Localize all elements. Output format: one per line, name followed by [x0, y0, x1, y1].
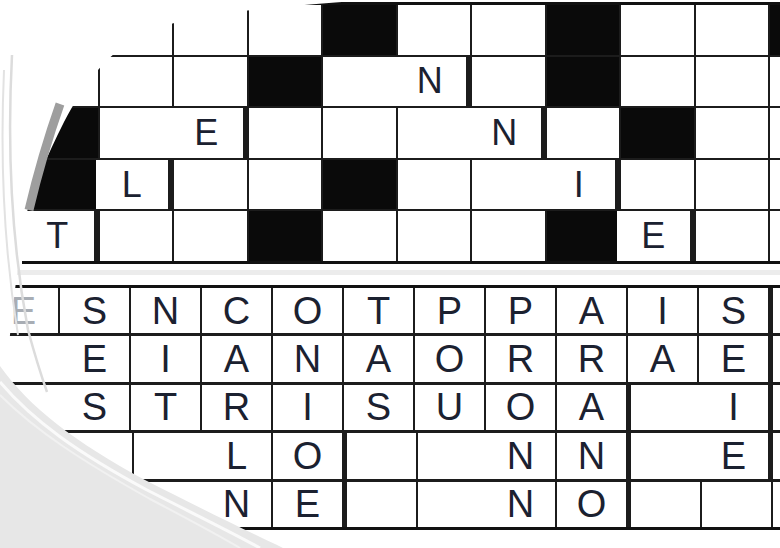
- empty-cell[interactable]: [773, 433, 780, 478]
- empty-cell[interactable]: [773, 336, 780, 381]
- letter-cell[interactable]: I: [131, 336, 200, 381]
- letter-cell[interactable]: A: [557, 385, 626, 430]
- empty-cell[interactable]: [702, 482, 771, 527]
- empty-cell[interactable]: [174, 57, 247, 107]
- letter-cell[interactable]: N: [202, 482, 271, 527]
- empty-cell[interactable]: [323, 211, 396, 261]
- empty-cell[interactable]: [323, 57, 396, 107]
- empty-cell[interactable]: [472, 211, 545, 261]
- black-cell: [547, 57, 620, 107]
- empty-cell[interactable]: [100, 108, 173, 158]
- empty-cell[interactable]: [100, 211, 173, 261]
- empty-cell[interactable]: [249, 108, 322, 158]
- black-cell: [25, 160, 98, 210]
- empty-cell[interactable]: [174, 160, 247, 210]
- letter-cell[interactable]: R: [486, 336, 555, 381]
- empty-cell[interactable]: [0, 482, 61, 527]
- empty-cell[interactable]: [472, 57, 545, 107]
- empty-cell[interactable]: [398, 160, 471, 210]
- letter-cell[interactable]: U: [415, 385, 484, 430]
- empty-cell[interactable]: [770, 108, 780, 158]
- letter-cell[interactable]: N: [273, 336, 342, 381]
- empty-cell[interactable]: [696, 5, 769, 55]
- empty-cell[interactable]: [770, 57, 780, 107]
- empty-cell[interactable]: [696, 211, 769, 261]
- empty-cell[interactable]: [418, 433, 487, 478]
- empty-cell[interactable]: [472, 5, 545, 55]
- letter-cell[interactable]: E: [0, 288, 58, 333]
- letter-cell[interactable]: L: [96, 160, 169, 210]
- empty-cell[interactable]: [773, 385, 780, 430]
- letter-cell[interactable]: S: [699, 288, 768, 333]
- letter-cell[interactable]: P: [486, 288, 555, 333]
- letter-cell[interactable]: I: [699, 385, 768, 430]
- letter-cell[interactable]: I: [628, 288, 697, 333]
- letter-cell[interactable]: T: [131, 385, 200, 430]
- empty-cell[interactable]: [347, 433, 416, 478]
- letter-cell[interactable]: E: [699, 336, 768, 381]
- crossword-grid: NENLITE: [22, 2, 780, 264]
- empty-cell[interactable]: [0, 336, 61, 381]
- letter-cell[interactable]: A: [344, 336, 413, 381]
- empty-cell[interactable]: [770, 160, 780, 210]
- letter-cell[interactable]: T: [21, 211, 94, 261]
- letter-cell[interactable]: E: [699, 433, 768, 478]
- empty-cell[interactable]: [347, 482, 416, 527]
- empty-cell[interactable]: [100, 57, 173, 107]
- black-cell: [621, 108, 694, 158]
- empty-cell[interactable]: [134, 482, 203, 527]
- empty-cell[interactable]: [249, 5, 322, 55]
- letter-cell[interactable]: O: [415, 336, 484, 381]
- letter-cell[interactable]: E: [617, 211, 690, 261]
- empty-cell[interactable]: [174, 211, 247, 261]
- empty-cell[interactable]: [547, 108, 620, 158]
- empty-cell[interactable]: [100, 5, 173, 55]
- letter-cell[interactable]: A: [202, 336, 271, 381]
- letter-cell[interactable]: A: [628, 336, 697, 381]
- grid-divider-band: [0, 270, 780, 275]
- letter-cell[interactable]: A: [557, 288, 626, 333]
- empty-cell[interactable]: [25, 57, 98, 107]
- letter-cell[interactable]: T: [344, 288, 413, 333]
- empty-cell[interactable]: [0, 385, 61, 430]
- empty-cell[interactable]: [398, 5, 471, 55]
- empty-cell[interactable]: [621, 160, 694, 210]
- empty-cell[interactable]: [398, 211, 471, 261]
- letter-cell[interactable]: O: [273, 433, 342, 478]
- letter-cell[interactable]: S: [60, 288, 129, 333]
- empty-cell[interactable]: [770, 211, 780, 261]
- empty-cell[interactable]: [472, 160, 545, 210]
- empty-cell[interactable]: [696, 108, 769, 158]
- letter-cell[interactable]: E: [170, 108, 243, 158]
- empty-cell[interactable]: [398, 108, 471, 158]
- letter-cell[interactable]: L: [202, 433, 271, 478]
- letter-cell[interactable]: N: [557, 433, 626, 478]
- empty-cell[interactable]: [631, 433, 700, 478]
- letter-cell[interactable]: N: [131, 288, 200, 333]
- black-cell: [770, 5, 780, 55]
- black-cell: [547, 211, 620, 261]
- black-cell: [25, 108, 98, 158]
- letter-cell[interactable]: R: [202, 385, 271, 430]
- black-cell: [323, 160, 396, 210]
- letter-cell[interactable]: E: [273, 482, 342, 527]
- black-cell: [249, 57, 322, 107]
- letter-cell[interactable]: N: [486, 482, 555, 527]
- empty-cell[interactable]: [773, 288, 780, 333]
- empty-cell[interactable]: [773, 482, 780, 527]
- letter-cell[interactable]: O: [486, 385, 555, 430]
- puzzle-page: NENLITE ESNCOTPPAISEIANAORRAESTRISUOAILO…: [0, 0, 780, 548]
- empty-cell[interactable]: [418, 482, 487, 527]
- empty-cell[interactable]: [631, 385, 700, 430]
- letter-cell[interactable]: P: [415, 288, 484, 333]
- letter-cell[interactable]: O: [273, 288, 342, 333]
- empty-cell[interactable]: [621, 5, 694, 55]
- letter-cell[interactable]: R: [557, 336, 626, 381]
- empty-cell[interactable]: [174, 5, 247, 55]
- empty-cell[interactable]: [631, 482, 700, 527]
- black-cell: [323, 5, 396, 55]
- letter-cell[interactable]: N: [468, 108, 541, 158]
- letter-grid: ESNCOTPPAISEIANAORRAESTRISUOAILONNENENO: [0, 285, 780, 530]
- empty-cell[interactable]: [249, 160, 322, 210]
- empty-cell[interactable]: [621, 57, 694, 107]
- black-cell: [547, 5, 620, 55]
- letter-cell[interactable]: O: [557, 482, 626, 527]
- letter-cell[interactable]: I: [273, 385, 342, 430]
- black-cell: [249, 211, 322, 261]
- empty-cell[interactable]: [63, 482, 132, 527]
- empty-cell[interactable]: [134, 433, 203, 478]
- empty-cell[interactable]: [696, 57, 769, 107]
- empty-cell[interactable]: [0, 433, 61, 478]
- letter-cell[interactable]: S: [344, 385, 413, 430]
- empty-cell[interactable]: [63, 433, 132, 478]
- letter-cell[interactable]: S: [60, 385, 129, 430]
- empty-cell[interactable]: [696, 160, 769, 210]
- empty-cell[interactable]: [25, 5, 98, 55]
- letter-cell[interactable]: I: [543, 160, 616, 210]
- letter-cell[interactable]: N: [394, 57, 467, 107]
- letter-cell[interactable]: N: [486, 433, 555, 478]
- empty-cell[interactable]: [323, 108, 396, 158]
- letter-cell[interactable]: C: [202, 288, 271, 333]
- letter-cell[interactable]: E: [60, 336, 129, 381]
